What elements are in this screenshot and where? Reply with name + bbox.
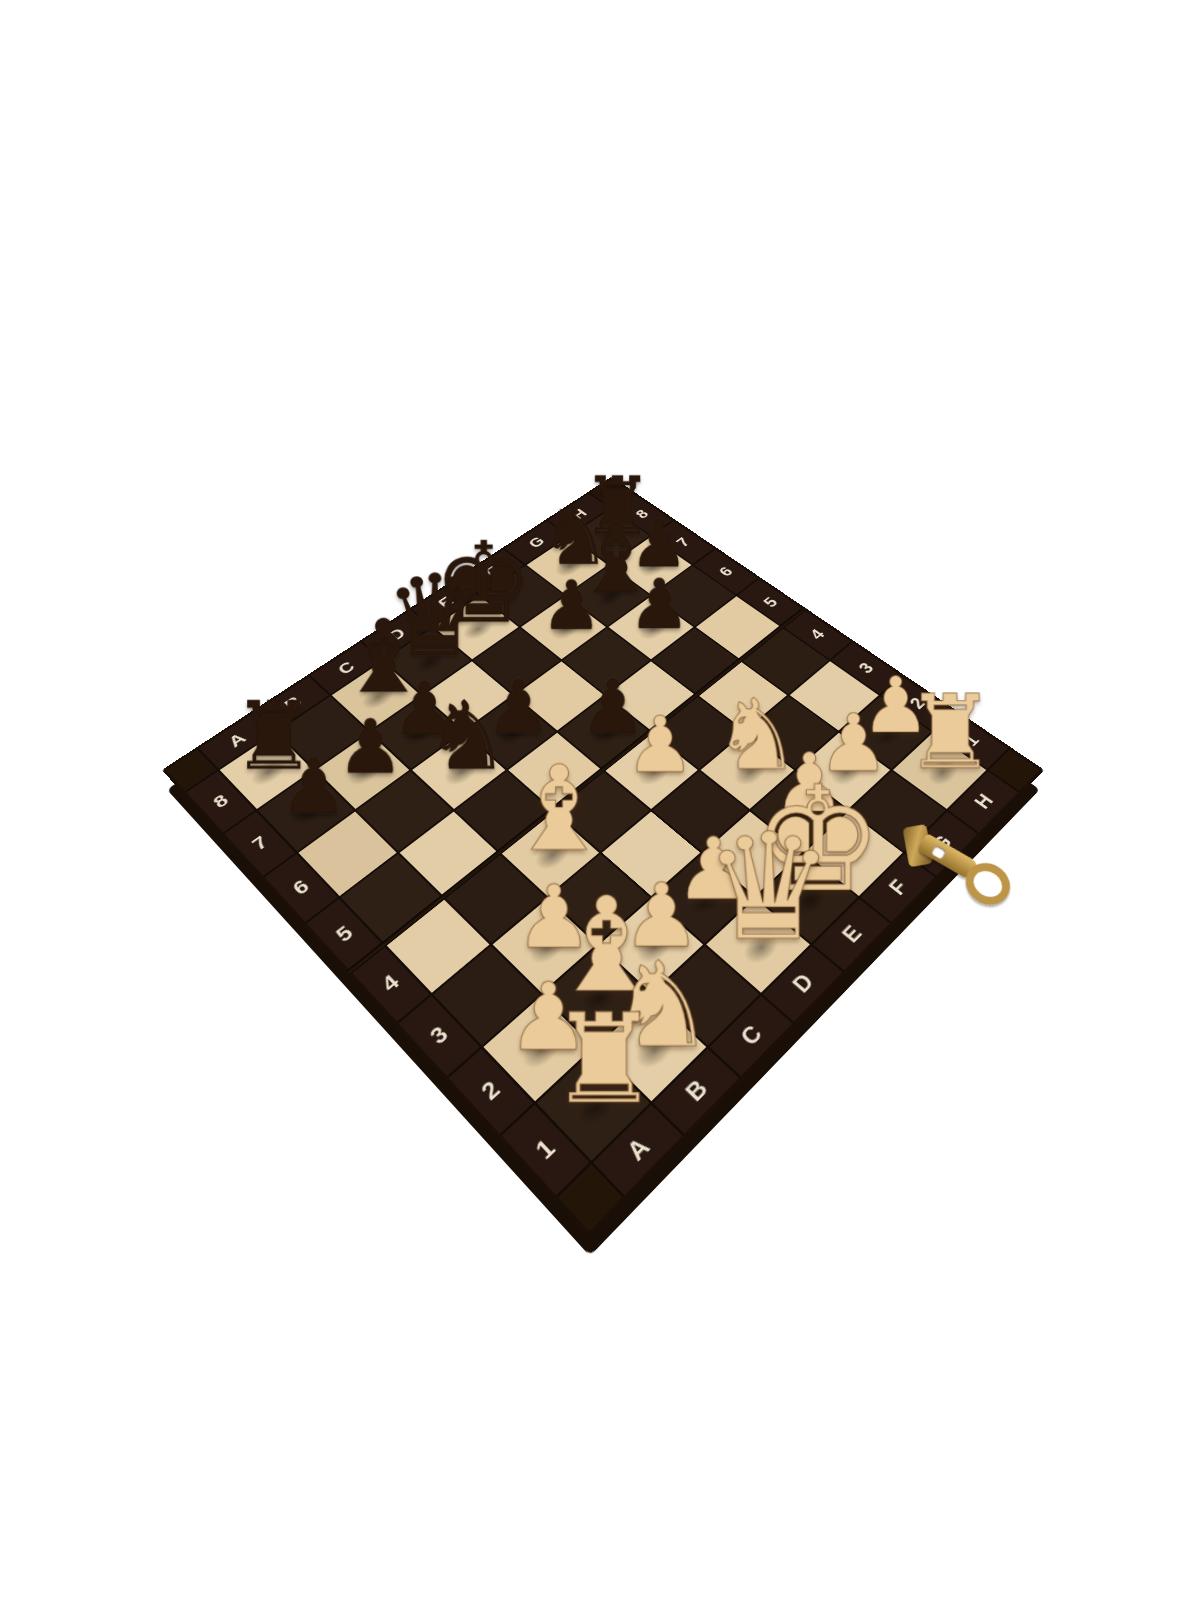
black-pawn[interactable]: ♟	[280, 748, 348, 824]
white-rook[interactable]: ♜	[904, 681, 996, 783]
product-photo: ABCDEFGH8♜♝♛♚♞♜87♟♟♟♟♝♟76♞♟♟65♟54♝♟43♟♞3…	[0, 0, 1200, 1600]
white-bishop[interactable]: ♝	[507, 750, 612, 867]
white-rook[interactable]: ♜	[549, 997, 660, 1121]
black-pawn[interactable]: ♟	[629, 570, 690, 639]
white-queen[interactable]: ♛	[703, 813, 835, 960]
white-pawn[interactable]: ♟	[626, 706, 695, 783]
black-pawn[interactable]: ♟	[541, 571, 602, 639]
board-scene: ABCDEFGH8♜♝♛♚♞♜87♟♟♟♟♝♟76♞♟♟65♟54♝♟43♟♞3…	[291, 458, 909, 1076]
black-knight[interactable]: ♞	[425, 689, 510, 783]
